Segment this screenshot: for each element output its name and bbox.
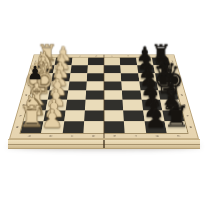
square: [104, 90, 123, 100]
square: [121, 81, 140, 90]
file-label: e: [104, 55, 120, 56]
square: [104, 121, 125, 133]
square: [123, 100, 143, 110]
file-label: g: [146, 135, 168, 137]
square: [104, 65, 121, 73]
square: [62, 121, 84, 133]
square: [64, 110, 85, 121]
square: [104, 81, 122, 90]
square: [70, 65, 87, 73]
square: [104, 58, 120, 65]
file-label: f: [125, 135, 147, 137]
board-hinge-gap: [103, 140, 105, 148]
square: [120, 65, 137, 73]
file-label: a: [18, 135, 40, 137]
square: ♜: [164, 121, 187, 133]
square: [121, 73, 139, 81]
square: [104, 100, 123, 110]
square: [124, 121, 146, 133]
board-fold-seam: [103, 55, 104, 139]
square: [104, 73, 121, 81]
square: [85, 90, 104, 100]
file-label: h: [168, 135, 190, 137]
piece-bR: ♜: [164, 103, 190, 132]
file-label: d: [88, 55, 104, 56]
square: [84, 110, 104, 121]
square: [85, 100, 104, 110]
file-label: b: [40, 135, 62, 137]
board-front-edge: [8, 139, 200, 149]
square: [71, 58, 88, 65]
square: [69, 73, 87, 81]
square: [87, 73, 104, 81]
square: [104, 110, 124, 121]
square: [120, 58, 137, 65]
square: [87, 65, 104, 73]
square: [123, 110, 144, 121]
square: [68, 81, 87, 90]
product-photo-canvas: abcdefgh abcdefgh 12345678 12345678 ♜♟♟♜…: [0, 0, 208, 208]
square: [65, 100, 85, 110]
square: [83, 121, 104, 133]
file-label: f: [120, 55, 136, 56]
loose-black-pawn: ♟: [27, 64, 43, 82]
file-label: c: [61, 135, 83, 137]
square: [88, 58, 104, 65]
file-label: d: [83, 135, 104, 137]
square: [67, 90, 86, 100]
file-label: c: [72, 55, 88, 56]
file-label: e: [104, 135, 125, 137]
square: [86, 81, 104, 90]
piece-wP: ♟: [41, 107, 64, 132]
square: ♟: [41, 121, 63, 133]
square: [122, 90, 141, 100]
